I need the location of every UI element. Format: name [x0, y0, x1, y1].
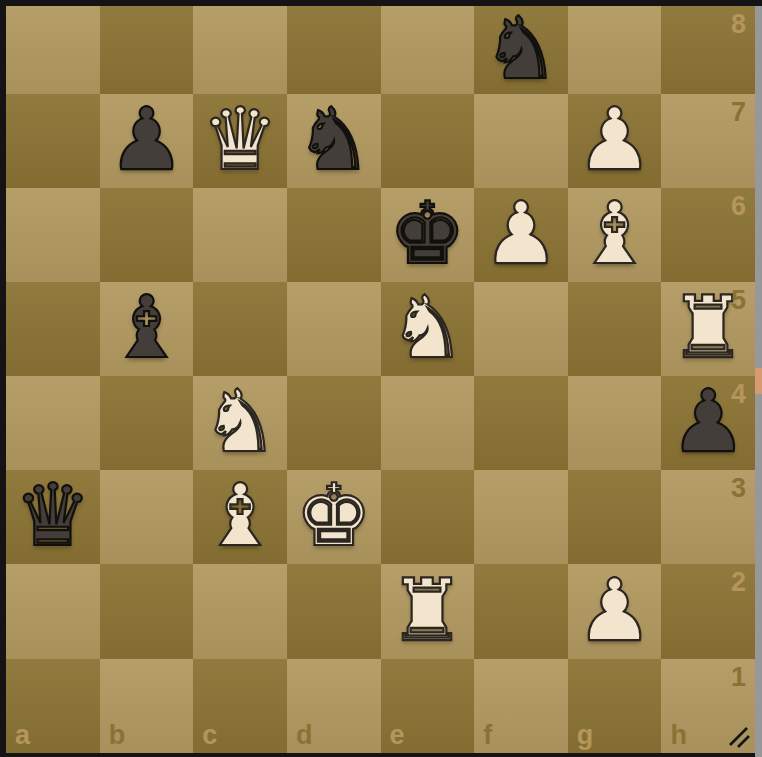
square-h7[interactable]: 7: [661, 94, 755, 188]
square-d4[interactable]: [287, 376, 381, 470]
rank-label-4: 4: [731, 381, 746, 408]
square-d2[interactable]: [287, 564, 381, 658]
file-label-c: c: [202, 722, 217, 749]
square-c3[interactable]: ♝: [193, 470, 287, 564]
white-queen[interactable]: ♛: [202, 96, 279, 182]
square-a2[interactable]: [6, 564, 100, 658]
square-c6[interactable]: [193, 188, 287, 282]
square-g3[interactable]: [568, 470, 662, 564]
square-b8[interactable]: [100, 6, 194, 94]
rank-label-5: 5: [731, 287, 746, 314]
file-label-g: g: [577, 722, 594, 749]
square-h4[interactable]: ♟4: [661, 376, 755, 470]
rank-label-8: 8: [731, 11, 746, 38]
square-e3[interactable]: [381, 470, 475, 564]
file-label-e: e: [390, 722, 405, 749]
black-knight[interactable]: ♞: [295, 96, 372, 182]
square-g6[interactable]: ♝: [568, 188, 662, 282]
file-label-b: b: [109, 722, 126, 749]
square-f4[interactable]: [474, 376, 568, 470]
square-c7[interactable]: ♛: [193, 94, 287, 188]
square-c4[interactable]: ♞: [193, 376, 287, 470]
square-b3[interactable]: [100, 470, 194, 564]
file-label-d: d: [296, 722, 313, 749]
square-b7[interactable]: ♟: [100, 94, 194, 188]
white-bishop[interactable]: ♝: [576, 190, 653, 276]
resize-grip-icon[interactable]: [727, 725, 751, 749]
square-b1[interactable]: b: [100, 659, 194, 753]
square-f5[interactable]: [474, 282, 568, 376]
square-d6[interactable]: [287, 188, 381, 282]
square-h2[interactable]: 2: [661, 564, 755, 658]
square-c2[interactable]: [193, 564, 287, 658]
square-d7[interactable]: ♞: [287, 94, 381, 188]
square-d3[interactable]: ♚: [287, 470, 381, 564]
square-a1[interactable]: a: [6, 659, 100, 753]
scroll-marker: [755, 368, 762, 394]
square-a7[interactable]: [6, 94, 100, 188]
rank-label-1: 1: [731, 664, 746, 691]
square-e7[interactable]: [381, 94, 475, 188]
scrollbar[interactable]: [755, 6, 762, 757]
square-e4[interactable]: [381, 376, 475, 470]
square-g1[interactable]: g: [568, 659, 662, 753]
square-g5[interactable]: [568, 282, 662, 376]
square-g4[interactable]: [568, 376, 662, 470]
square-d1[interactable]: d: [287, 659, 381, 753]
white-knight[interactable]: ♞: [202, 378, 279, 464]
white-pawn[interactable]: ♟: [576, 567, 653, 653]
square-f2[interactable]: [474, 564, 568, 658]
square-b6[interactable]: [100, 188, 194, 282]
square-f3[interactable]: [474, 470, 568, 564]
square-e2[interactable]: ♜: [381, 564, 475, 658]
square-c5[interactable]: [193, 282, 287, 376]
square-g2[interactable]: ♟: [568, 564, 662, 658]
rank-label-6: 6: [731, 193, 746, 220]
square-d8[interactable]: [287, 6, 381, 94]
rank-label-2: 2: [731, 569, 746, 596]
square-f6[interactable]: ♟: [474, 188, 568, 282]
file-label-a: a: [15, 722, 30, 749]
rank-label-3: 3: [731, 475, 746, 502]
square-h8[interactable]: 8: [661, 6, 755, 94]
black-queen[interactable]: ♛: [14, 472, 91, 558]
square-f8[interactable]: ♞: [474, 6, 568, 94]
square-g8[interactable]: [568, 6, 662, 94]
square-c1[interactable]: c: [193, 659, 287, 753]
black-bishop[interactable]: ♝: [108, 284, 185, 370]
square-a8[interactable]: [6, 6, 100, 94]
square-a3[interactable]: ♛: [6, 470, 100, 564]
white-rook[interactable]: ♜: [389, 567, 466, 653]
white-bishop[interactable]: ♝: [202, 472, 279, 558]
square-b2[interactable]: [100, 564, 194, 658]
square-e6[interactable]: ♚: [381, 188, 475, 282]
black-knight[interactable]: ♞: [482, 6, 559, 91]
square-c8[interactable]: [193, 6, 287, 94]
black-pawn[interactable]: ♟: [108, 96, 185, 182]
chess-board: ♞8♟♛♞♟7♚♟♝6♝♞♜5♞♟4♛♝♚3♜♟2abcdefg1h: [6, 6, 755, 753]
square-e1[interactable]: e: [381, 659, 475, 753]
white-pawn[interactable]: ♟: [576, 96, 653, 182]
file-label-h: h: [670, 722, 687, 749]
square-h3[interactable]: 3: [661, 470, 755, 564]
black-king[interactable]: ♚: [389, 190, 466, 276]
white-king[interactable]: ♚: [295, 472, 372, 558]
square-b4[interactable]: [100, 376, 194, 470]
white-knight[interactable]: ♞: [389, 284, 466, 370]
square-h5[interactable]: ♜5: [661, 282, 755, 376]
white-pawn[interactable]: ♟: [482, 190, 559, 276]
square-e5[interactable]: ♞: [381, 282, 475, 376]
square-a5[interactable]: [6, 282, 100, 376]
square-d5[interactable]: [287, 282, 381, 376]
page-background: ♞8♟♛♞♟7♚♟♝6♝♞♜5♞♟4♛♝♚3♜♟2abcdefg1h: [0, 0, 762, 757]
square-h6[interactable]: 6: [661, 188, 755, 282]
square-e8[interactable]: [381, 6, 475, 94]
square-b5[interactable]: ♝: [100, 282, 194, 376]
square-a6[interactable]: [6, 188, 100, 282]
file-label-f: f: [483, 722, 492, 749]
square-f1[interactable]: f: [474, 659, 568, 753]
square-a4[interactable]: [6, 376, 100, 470]
square-f7[interactable]: [474, 94, 568, 188]
rank-label-7: 7: [731, 99, 746, 126]
square-g7[interactable]: ♟: [568, 94, 662, 188]
